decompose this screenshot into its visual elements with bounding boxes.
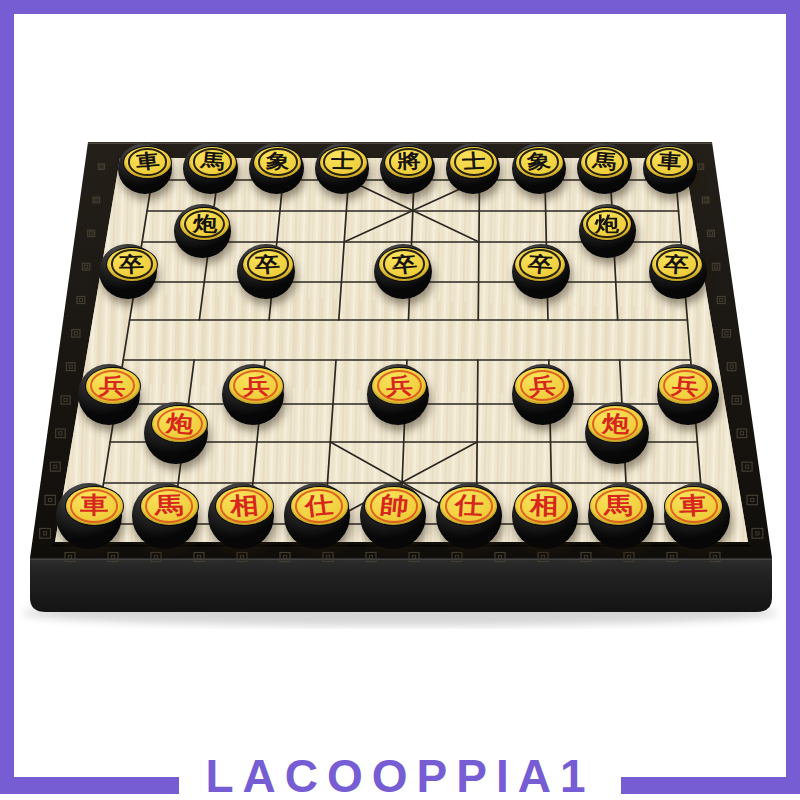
- piece-face: 帥: [364, 486, 423, 526]
- piece-glyph-horse: 馬: [591, 151, 617, 172]
- piece-face: 炮: [179, 207, 230, 241]
- piece-black-cannon[interactable]: 炮: [174, 204, 231, 258]
- piece-face: 車: [664, 486, 723, 526]
- piece-glyph-elephant: 相: [529, 494, 558, 518]
- piece-glyph-horse: 馬: [200, 152, 225, 173]
- piece-red-chariot[interactable]: 車: [56, 483, 122, 549]
- piece-face: 士: [449, 146, 498, 179]
- piece-red-elephant[interactable]: 相: [512, 483, 578, 549]
- piece-face: 兵: [658, 367, 714, 404]
- piece-black-soldier[interactable]: 卒: [512, 244, 570, 299]
- piece-face: 炮: [582, 207, 633, 241]
- piece-glyph-soldier: 兵: [671, 374, 700, 398]
- watermark-bar-left: [0, 777, 179, 794]
- piece-black-elephant[interactable]: 象: [512, 143, 567, 194]
- piece-face: 兵: [85, 367, 141, 404]
- piece-face: 兵: [228, 367, 284, 404]
- piece-glyph-soldier: 卒: [664, 253, 690, 275]
- piece-red-soldier[interactable]: 兵: [222, 364, 284, 425]
- piece-black-soldier[interactable]: 卒: [99, 244, 157, 299]
- product-photo: 車馬象士將士象馬車炮炮卒卒卒卒卒兵兵兵兵兵炮炮車馬相仕帥仕相馬車 LACOOPP…: [0, 0, 800, 800]
- piece-black-advisor[interactable]: 士: [315, 143, 370, 194]
- piece-glyph-soldier: 卒: [255, 253, 282, 275]
- piece-glyph-general: 帥: [379, 493, 410, 518]
- piece-glyph-general: 將: [397, 152, 421, 172]
- piece-glyph-cannon: 炮: [192, 214, 217, 235]
- piece-face: 卒: [242, 247, 294, 282]
- piece-red-advisor[interactable]: 仕: [284, 483, 350, 549]
- piece-red-horse[interactable]: 馬: [588, 483, 654, 549]
- piece-red-cannon[interactable]: 炮: [144, 402, 207, 464]
- piece-face: 兵: [371, 367, 427, 404]
- piece-face: 仕: [439, 486, 498, 526]
- piece-face: 將: [384, 146, 433, 179]
- piece-glyph-soldier: 兵: [528, 374, 557, 398]
- piece-black-general[interactable]: 將: [380, 143, 435, 194]
- piece-glyph-soldier: 卒: [119, 253, 145, 274]
- piece-face: 相: [514, 486, 573, 526]
- piece-face: 相: [215, 486, 274, 526]
- piece-glyph-cannon: 炮: [165, 412, 194, 436]
- piece-face: 車: [123, 146, 172, 179]
- piece-black-cannon[interactable]: 炮: [579, 204, 636, 258]
- piece-red-cannon[interactable]: 炮: [585, 402, 648, 464]
- piece-glyph-chariot: 車: [679, 494, 709, 519]
- piece-glyph-soldier: 兵: [99, 375, 126, 397]
- piece-glyph-chariot: 車: [134, 151, 160, 172]
- watermark-row: LACOOPPIA1: [0, 758, 800, 794]
- piece-face: 卒: [651, 247, 703, 282]
- piece-face: 卒: [378, 247, 430, 282]
- piece-glyph-chariot: 車: [80, 494, 109, 517]
- watermark-bar-right: [621, 777, 800, 794]
- piece-glyph-advisor: 士: [461, 152, 486, 172]
- piece-face: 炮: [587, 405, 644, 443]
- watermark-border-top: [0, 0, 800, 14]
- piece-black-chariot[interactable]: 車: [643, 143, 698, 194]
- piece-red-horse[interactable]: 馬: [132, 483, 198, 549]
- piece-glyph-soldier: 卒: [390, 253, 417, 276]
- piece-glyph-elephant: 相: [229, 494, 259, 519]
- piece-red-general[interactable]: 帥: [360, 483, 426, 549]
- piece-glyph-elephant: 象: [266, 152, 291, 172]
- piece-black-soldier[interactable]: 卒: [374, 244, 432, 299]
- piece-glyph-horse: 馬: [155, 494, 184, 518]
- piece-glyph-soldier: 兵: [385, 374, 413, 397]
- piece-face: 車: [645, 146, 694, 179]
- piece-red-advisor[interactable]: 仕: [436, 483, 502, 549]
- watermark-border-left: [0, 0, 14, 793]
- piece-red-soldier[interactable]: 兵: [512, 364, 574, 425]
- piece-face: 兵: [514, 367, 570, 404]
- piece-red-soldier[interactable]: 兵: [367, 364, 429, 425]
- piece-glyph-soldier: 卒: [527, 253, 554, 275]
- watermark-border-right: [786, 0, 800, 793]
- piece-black-soldier[interactable]: 卒: [649, 244, 707, 299]
- piece-face: 馬: [580, 146, 629, 179]
- piece-face: 馬: [589, 486, 648, 526]
- piece-glyph-chariot: 車: [657, 152, 682, 173]
- piece-glyph-horse: 馬: [604, 494, 633, 518]
- piece-face: 象: [515, 146, 564, 179]
- piece-red-soldier[interactable]: 兵: [657, 364, 719, 425]
- piece-glyph-advisor: 仕: [454, 494, 484, 519]
- piece-face: 卒: [106, 247, 158, 282]
- piece-glyph-cannon: 炮: [601, 412, 629, 435]
- piece-black-horse[interactable]: 馬: [183, 143, 238, 194]
- piece-face: 象: [253, 146, 302, 179]
- piece-face: 馬: [188, 146, 237, 179]
- piece-red-soldier[interactable]: 兵: [78, 364, 140, 425]
- piece-face: 車: [65, 486, 124, 526]
- piece-face: 卒: [514, 247, 566, 282]
- piece-black-horse[interactable]: 馬: [577, 143, 632, 194]
- piece-face: 炮: [151, 405, 208, 443]
- piece-black-chariot[interactable]: 車: [118, 143, 173, 194]
- piece-face: 馬: [140, 486, 199, 526]
- piece-glyph-elephant: 象: [526, 152, 551, 173]
- piece-glyph-soldier: 兵: [242, 375, 269, 397]
- piece-face: 士: [319, 146, 368, 179]
- piece-glyph-cannon: 炮: [595, 214, 619, 234]
- piece-glyph-advisor: 仕: [303, 493, 334, 519]
- piece-face: 仕: [290, 486, 349, 526]
- piece-red-chariot[interactable]: 車: [664, 483, 730, 549]
- piece-red-elephant[interactable]: 相: [208, 483, 274, 549]
- watermark-text: LACOOPPIA1: [205, 758, 594, 796]
- piece-black-advisor[interactable]: 士: [446, 143, 501, 194]
- piece-glyph-advisor: 士: [331, 152, 355, 172]
- pieces-layer: 車馬象士將士象馬車炮炮卒卒卒卒卒兵兵兵兵兵炮炮車馬相仕帥仕相馬車: [0, 0, 800, 800]
- piece-black-soldier[interactable]: 卒: [237, 244, 295, 299]
- piece-black-elephant[interactable]: 象: [249, 143, 304, 194]
